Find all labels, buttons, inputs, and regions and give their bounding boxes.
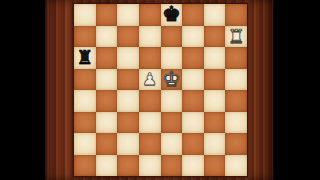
chess-board: ♚♜♜♟♚ <box>73 3 248 177</box>
square-g8[interactable] <box>204 4 226 26</box>
square-e3[interactable] <box>161 112 183 134</box>
square-f3[interactable] <box>182 112 204 134</box>
square-c3[interactable] <box>117 112 139 134</box>
white-rook[interactable]: ♜ <box>228 27 245 46</box>
square-h7[interactable]: ♜ <box>225 26 247 48</box>
square-f7[interactable] <box>182 26 204 48</box>
square-d8[interactable] <box>139 4 161 26</box>
square-d5[interactable]: ♟ <box>139 69 161 91</box>
square-e6[interactable] <box>161 47 183 69</box>
square-f8[interactable] <box>182 4 204 26</box>
square-d6[interactable] <box>139 47 161 69</box>
square-h2[interactable] <box>225 133 247 155</box>
square-g6[interactable] <box>204 47 226 69</box>
square-g3[interactable] <box>204 112 226 134</box>
square-a4[interactable] <box>74 90 96 112</box>
square-e7[interactable] <box>161 26 183 48</box>
black-king[interactable]: ♚ <box>162 4 181 25</box>
square-b5[interactable] <box>96 69 118 91</box>
video-frame: ♚♜♜♟♚ <box>0 0 320 180</box>
square-d7[interactable] <box>139 26 161 48</box>
square-b1[interactable] <box>96 155 118 177</box>
square-g1[interactable] <box>204 155 226 177</box>
square-f1[interactable] <box>182 155 204 177</box>
square-h6[interactable] <box>225 47 247 69</box>
square-d3[interactable] <box>139 112 161 134</box>
square-c8[interactable] <box>117 4 139 26</box>
square-a7[interactable] <box>74 26 96 48</box>
square-h8[interactable] <box>225 4 247 26</box>
square-b8[interactable] <box>96 4 118 26</box>
black-rook[interactable]: ♜ <box>76 48 93 67</box>
square-h1[interactable] <box>225 155 247 177</box>
square-c2[interactable] <box>117 133 139 155</box>
square-c6[interactable] <box>117 47 139 69</box>
square-g5[interactable] <box>204 69 226 91</box>
square-e4[interactable] <box>161 90 183 112</box>
letterbox-right <box>273 0 320 180</box>
white-king[interactable]: ♚ <box>162 69 181 90</box>
square-f5[interactable] <box>182 69 204 91</box>
square-b4[interactable] <box>96 90 118 112</box>
square-f6[interactable] <box>182 47 204 69</box>
square-f4[interactable] <box>182 90 204 112</box>
square-f2[interactable] <box>182 133 204 155</box>
square-g4[interactable] <box>204 90 226 112</box>
square-c7[interactable] <box>117 26 139 48</box>
square-b2[interactable] <box>96 133 118 155</box>
square-d1[interactable] <box>139 155 161 177</box>
square-b3[interactable] <box>96 112 118 134</box>
letterbox-left <box>0 0 45 180</box>
square-a1[interactable] <box>74 155 96 177</box>
square-h4[interactable] <box>225 90 247 112</box>
square-c5[interactable] <box>117 69 139 91</box>
square-c1[interactable] <box>117 155 139 177</box>
square-e5[interactable]: ♚ <box>161 69 183 91</box>
square-h3[interactable] <box>225 112 247 134</box>
square-d2[interactable] <box>139 133 161 155</box>
square-b7[interactable] <box>96 26 118 48</box>
square-a3[interactable] <box>74 112 96 134</box>
square-c4[interactable] <box>117 90 139 112</box>
square-a6[interactable]: ♜ <box>74 47 96 69</box>
square-b6[interactable] <box>96 47 118 69</box>
white-pawn[interactable]: ♟ <box>142 71 157 88</box>
square-d4[interactable] <box>139 90 161 112</box>
square-g7[interactable] <box>204 26 226 48</box>
square-g2[interactable] <box>204 133 226 155</box>
square-a5[interactable] <box>74 69 96 91</box>
square-a2[interactable] <box>74 133 96 155</box>
square-e8[interactable]: ♚ <box>161 4 183 26</box>
square-e1[interactable] <box>161 155 183 177</box>
square-e2[interactable] <box>161 133 183 155</box>
square-a8[interactable] <box>74 4 96 26</box>
board-frame: ♚♜♜♟♚ <box>45 0 273 180</box>
square-h5[interactable] <box>225 69 247 91</box>
